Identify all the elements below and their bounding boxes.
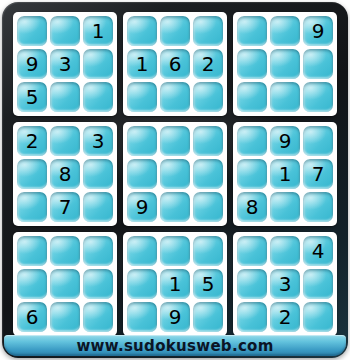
- cell-r3c7[interactable]: [237, 82, 267, 112]
- cell-r7c3[interactable]: [83, 236, 113, 266]
- cell-r2c2[interactable]: 3: [50, 49, 80, 79]
- cell-r8c9[interactable]: [303, 269, 333, 299]
- cell-r8c1[interactable]: [17, 269, 47, 299]
- cell-r9c7[interactable]: [237, 302, 267, 332]
- cell-r3c9[interactable]: [303, 82, 333, 112]
- cell-r6c6[interactable]: [193, 192, 223, 222]
- cell-r8c6[interactable]: 5: [193, 269, 223, 299]
- site-link[interactable]: www.sudokusweb.com: [76, 337, 273, 355]
- cell-r4c2[interactable]: [50, 126, 80, 156]
- cell-r3c8[interactable]: [270, 82, 300, 112]
- box-r0c1: 162: [123, 12, 227, 116]
- cell-r5c1[interactable]: [17, 159, 47, 189]
- cell-r7c1[interactable]: [17, 236, 47, 266]
- box-r2c0: 6: [13, 232, 117, 336]
- cell-r4c7[interactable]: [237, 126, 267, 156]
- cell-r6c3[interactable]: [83, 192, 113, 222]
- cell-r8c8[interactable]: 3: [270, 269, 300, 299]
- cell-r6c9[interactable]: [303, 192, 333, 222]
- cell-r3c5[interactable]: [160, 82, 190, 112]
- cell-r9c1[interactable]: 6: [17, 302, 47, 332]
- cell-r2c8[interactable]: [270, 49, 300, 79]
- cell-r5c9[interactable]: 7: [303, 159, 333, 189]
- cell-r9c3[interactable]: [83, 302, 113, 332]
- sudoku-board: 193516292387991786159432: [2, 2, 348, 336]
- cell-r7c8[interactable]: [270, 236, 300, 266]
- cell-r2c6[interactable]: 2: [193, 49, 223, 79]
- box-r0c2: 9: [233, 12, 337, 116]
- cell-r1c1[interactable]: [17, 16, 47, 46]
- cell-r5c3[interactable]: [83, 159, 113, 189]
- cell-r1c3[interactable]: 1: [83, 16, 113, 46]
- cell-r1c4[interactable]: [127, 16, 157, 46]
- cell-r4c3[interactable]: 3: [83, 126, 113, 156]
- cell-r4c1[interactable]: 2: [17, 126, 47, 156]
- cell-r9c5[interactable]: 9: [160, 302, 190, 332]
- cell-r4c5[interactable]: [160, 126, 190, 156]
- cell-r5c5[interactable]: [160, 159, 190, 189]
- cell-r4c4[interactable]: [127, 126, 157, 156]
- cell-r9c4[interactable]: [127, 302, 157, 332]
- cell-r9c6[interactable]: [193, 302, 223, 332]
- cell-r1c7[interactable]: [237, 16, 267, 46]
- cell-r5c4[interactable]: [127, 159, 157, 189]
- cell-r5c2[interactable]: 8: [50, 159, 80, 189]
- sudoku-board-frame: 193516292387991786159432 www.sudokusweb.…: [2, 2, 348, 358]
- cell-r9c2[interactable]: [50, 302, 80, 332]
- cell-r3c3[interactable]: [83, 82, 113, 112]
- cell-r2c3[interactable]: [83, 49, 113, 79]
- cell-r4c9[interactable]: [303, 126, 333, 156]
- cell-r9c9[interactable]: [303, 302, 333, 332]
- box-r2c2: 432: [233, 232, 337, 336]
- cell-r9c8[interactable]: 2: [270, 302, 300, 332]
- cell-r8c4[interactable]: [127, 269, 157, 299]
- cell-r5c8[interactable]: 1: [270, 159, 300, 189]
- cell-r3c1[interactable]: 5: [17, 82, 47, 112]
- cell-r6c2[interactable]: 7: [50, 192, 80, 222]
- cell-r8c3[interactable]: [83, 269, 113, 299]
- cell-r7c9[interactable]: 4: [303, 236, 333, 266]
- cell-r1c6[interactable]: [193, 16, 223, 46]
- cell-r6c5[interactable]: [160, 192, 190, 222]
- cell-r7c6[interactable]: [193, 236, 223, 266]
- cell-r5c6[interactable]: [193, 159, 223, 189]
- cell-r8c7[interactable]: [237, 269, 267, 299]
- box-r1c2: 9178: [233, 122, 337, 226]
- cell-r2c7[interactable]: [237, 49, 267, 79]
- cell-r1c9[interactable]: 9: [303, 16, 333, 46]
- cell-r3c6[interactable]: [193, 82, 223, 112]
- cell-r7c4[interactable]: [127, 236, 157, 266]
- cell-r8c5[interactable]: 1: [160, 269, 190, 299]
- cell-r1c8[interactable]: [270, 16, 300, 46]
- cell-r1c2[interactable]: [50, 16, 80, 46]
- cell-r2c5[interactable]: 6: [160, 49, 190, 79]
- footer-bar: www.sudokusweb.com: [4, 335, 346, 356]
- cell-r1c5[interactable]: [160, 16, 190, 46]
- cell-r7c2[interactable]: [50, 236, 80, 266]
- cell-r5c7[interactable]: [237, 159, 267, 189]
- cell-r2c4[interactable]: 1: [127, 49, 157, 79]
- cell-r3c2[interactable]: [50, 82, 80, 112]
- box-r2c1: 159: [123, 232, 227, 336]
- box-r0c0: 1935: [13, 12, 117, 116]
- cell-r7c5[interactable]: [160, 236, 190, 266]
- box-r1c1: 9: [123, 122, 227, 226]
- cell-r3c4[interactable]: [127, 82, 157, 112]
- cell-r4c8[interactable]: 9: [270, 126, 300, 156]
- cell-r7c7[interactable]: [237, 236, 267, 266]
- cell-r6c7[interactable]: 8: [237, 192, 267, 222]
- cell-r6c8[interactable]: [270, 192, 300, 222]
- cell-r6c1[interactable]: [17, 192, 47, 222]
- cell-r8c2[interactable]: [50, 269, 80, 299]
- cell-r6c4[interactable]: 9: [127, 192, 157, 222]
- cell-r2c1[interactable]: 9: [17, 49, 47, 79]
- cell-r2c9[interactable]: [303, 49, 333, 79]
- cell-r4c6[interactable]: [193, 126, 223, 156]
- box-r1c0: 2387: [13, 122, 117, 226]
